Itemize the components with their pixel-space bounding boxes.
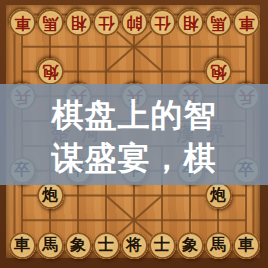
black-piece[interactable]: 士 xyxy=(149,232,176,259)
red-piece[interactable]: 相 xyxy=(65,9,92,36)
red-piece[interactable]: 車 xyxy=(233,9,260,36)
red-piece[interactable]: 炮 xyxy=(37,58,64,85)
black-piece[interactable]: 馬 xyxy=(205,232,232,259)
red-piece[interactable]: 馬 xyxy=(37,9,64,36)
red-piece[interactable]: 仕 xyxy=(93,9,120,36)
black-piece[interactable]: 象 xyxy=(177,232,204,259)
title-line-1: 棋盘上的智 xyxy=(52,94,217,137)
black-piece[interactable]: 士 xyxy=(93,232,120,259)
red-piece[interactable]: 炮 xyxy=(205,58,232,85)
xiangqi-board[interactable]: 楚 河 漢 界 車馬相仕帥仕相馬車炮炮兵兵兵兵兵卒卒卒卒卒炮炮車馬象士将士象馬車… xyxy=(0,0,268,268)
black-piece[interactable]: 炮 xyxy=(37,182,64,209)
black-piece[interactable]: 馬 xyxy=(37,232,64,259)
title-overlay: 棋盘上的智 谋盛宴，棋 xyxy=(0,84,268,185)
black-piece[interactable]: 象 xyxy=(65,232,92,259)
black-piece[interactable]: 将 xyxy=(121,232,148,259)
red-piece[interactable]: 車 xyxy=(9,9,36,36)
black-piece[interactable]: 車 xyxy=(9,232,36,259)
red-piece[interactable]: 仕 xyxy=(149,9,176,36)
red-piece[interactable]: 相 xyxy=(177,9,204,36)
black-piece[interactable]: 車 xyxy=(233,232,260,259)
red-piece[interactable]: 帥 xyxy=(121,9,148,36)
title-line-2: 谋盛宴，棋 xyxy=(52,137,217,180)
red-piece[interactable]: 馬 xyxy=(205,9,232,36)
black-piece[interactable]: 炮 xyxy=(205,182,232,209)
